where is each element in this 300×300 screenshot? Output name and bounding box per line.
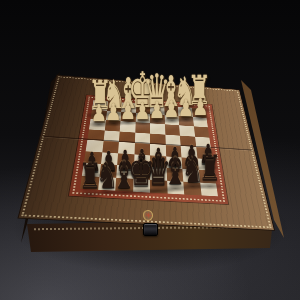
box-clasp[interactable] — [143, 223, 158, 236]
photo-stage: ✳ ♜♞♝♚♛♝♞♜♟♟♟♟♟♟♟♟♟♟♟♟♟♟♟♟♜♞♝♚♛♝♞♜ — [0, 0, 300, 300]
black-piece-r[interactable]: ♜ — [199, 152, 221, 187]
white-piece-p[interactable]: ♟ — [192, 96, 208, 119]
pieces-layer: ♜♞♝♚♛♝♞♜♟♟♟♟♟♟♟♟♟♟♟♟♟♟♟♟♜♞♝♚♛♝♞♜ — [0, 0, 300, 300]
